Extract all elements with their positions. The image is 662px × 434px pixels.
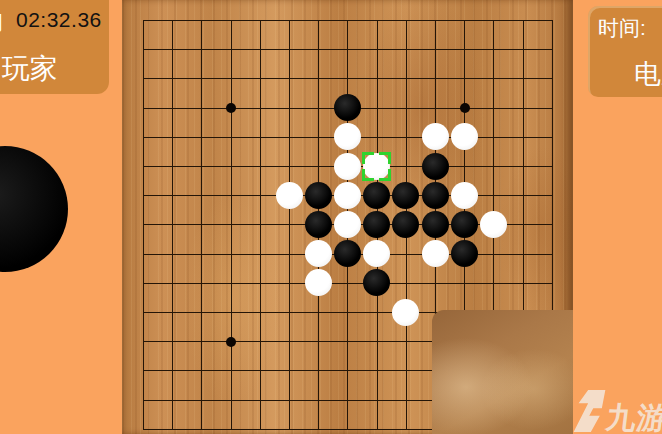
opponent-time-label: 时间:: [598, 14, 646, 42]
white-stone: [334, 211, 361, 238]
black-stone: [451, 240, 478, 267]
jiuyou-logo-icon: [571, 389, 607, 433]
white-stone: [334, 123, 361, 150]
black-stone: [363, 182, 390, 209]
game-screen: 时间 02:32.36 玩家 时间: 电脑 九游: [0, 0, 662, 434]
gomoku-board[interactable]: [122, 0, 573, 434]
jiuyou-watermark: 九游: [574, 389, 662, 433]
white-stone: [480, 211, 507, 238]
white-stone: [422, 123, 449, 150]
player-time-label: 时间: [0, 9, 3, 36]
black-stone: [392, 182, 419, 209]
player-timer: 02:32.36: [16, 8, 102, 32]
jiuyou-watermark-text: 九游: [604, 403, 662, 433]
black-stone: [334, 240, 361, 267]
black-stone: [363, 211, 390, 238]
blurred-watermark-patch: [432, 310, 573, 434]
opponent-name-label: 电脑: [634, 56, 662, 92]
player-black-stone-indicator: [0, 146, 68, 272]
star-point: [226, 337, 236, 347]
black-stone: [451, 211, 478, 238]
white-stone: [392, 299, 419, 326]
white-stone: [363, 240, 390, 267]
white-stone: [451, 182, 478, 209]
black-stone: [392, 211, 419, 238]
player-panel: 时间 02:32.36 玩家: [0, 0, 109, 94]
black-stone: [305, 182, 332, 209]
white-stone: [334, 153, 361, 180]
white-stone: [334, 182, 361, 209]
white-stone: [276, 182, 303, 209]
star-point: [460, 103, 470, 113]
player-name-label: 玩家: [2, 50, 58, 88]
black-stone: [422, 153, 449, 180]
white-stone: [422, 240, 449, 267]
black-stone: [305, 211, 332, 238]
white-stone: [305, 240, 332, 267]
white-stone: [305, 269, 332, 296]
black-stone: [422, 211, 449, 238]
opponent-panel: 时间: 电脑: [588, 6, 662, 97]
black-stone: [334, 94, 361, 121]
black-stone: [422, 182, 449, 209]
white-stone: [451, 123, 478, 150]
last-move-marker: [362, 152, 391, 181]
